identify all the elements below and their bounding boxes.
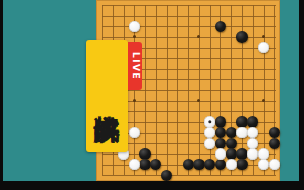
black-stone: [247, 116, 258, 127]
grid-line-horizontal: [102, 101, 276, 102]
white-stone: [247, 148, 258, 159]
grid-line-horizontal: [102, 37, 276, 38]
last-move-marker: [208, 120, 211, 123]
black-stone: [215, 159, 226, 170]
title-banner: 实战讲解: [86, 40, 128, 152]
black-stone: [236, 116, 247, 127]
white-stone: [129, 127, 140, 138]
black-stone: [204, 159, 215, 170]
black-stone: [226, 148, 237, 159]
star-point: [133, 35, 136, 38]
black-stone: [215, 138, 226, 149]
white-stone: [204, 138, 215, 149]
black-stone: [269, 127, 280, 138]
letterbox-bottom: [0, 181, 304, 190]
grid-line-horizontal: [102, 111, 276, 112]
star-point: [262, 99, 265, 102]
black-stone: [183, 159, 194, 170]
white-stone: [204, 116, 215, 127]
white-stone: [247, 138, 258, 149]
grid-line-horizontal: [102, 175, 276, 176]
black-stone: [215, 116, 226, 127]
white-stone: [258, 159, 269, 170]
black-stone: [161, 170, 172, 181]
white-stone: [129, 159, 140, 170]
white-stone: [226, 159, 237, 170]
black-stone: [215, 127, 226, 138]
black-stone: [139, 159, 150, 170]
star-point: [197, 99, 200, 102]
black-stone: [226, 127, 237, 138]
white-stone: [258, 42, 269, 53]
black-stone: [236, 31, 247, 42]
black-stone: [236, 159, 247, 170]
white-stone: [269, 159, 280, 170]
white-stone: [258, 148, 269, 159]
white-stone: [215, 148, 226, 159]
black-stone: [226, 138, 237, 149]
black-stone: [193, 159, 204, 170]
video-thumbnail[interactable]: 实战讲解 LIVE: [0, 0, 304, 190]
grid-line-horizontal: [102, 90, 276, 91]
black-stone: [215, 21, 226, 32]
live-badge-text: LIVE: [131, 52, 140, 80]
live-badge: LIVE: [128, 42, 142, 90]
star-point: [262, 35, 265, 38]
letterbox-right: [299, 0, 304, 190]
grid-line-horizontal: [102, 16, 276, 17]
banner-title-text: 实战讲解: [94, 94, 120, 98]
black-stone: [139, 148, 150, 159]
black-stone: [236, 148, 247, 159]
grid-line-horizontal: [102, 5, 276, 6]
white-stone: [247, 127, 258, 138]
star-point: [133, 99, 136, 102]
white-stone: [236, 127, 247, 138]
white-stone: [204, 127, 215, 138]
black-stone: [269, 138, 280, 149]
black-stone: [150, 159, 161, 170]
white-stone: [129, 21, 140, 32]
letterbox-left: [0, 0, 3, 190]
